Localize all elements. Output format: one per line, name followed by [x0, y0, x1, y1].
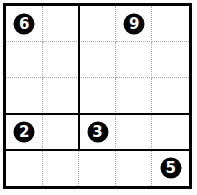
cell-r2c5[interactable]: [152, 42, 189, 78]
cell-r4c1[interactable]: [6, 114, 43, 150]
cell-r3c2[interactable]: [43, 78, 80, 114]
shikaku-board: 69235: [3, 3, 192, 189]
cell-r2c3[interactable]: [79, 42, 116, 78]
cell-r4c5[interactable]: [152, 114, 189, 150]
cell-r5c1[interactable]: [6, 150, 43, 186]
cell-r1c2[interactable]: [43, 6, 80, 42]
cell-r1c3[interactable]: [79, 6, 116, 42]
cell-r5c4[interactable]: [116, 150, 153, 186]
cell-r2c1[interactable]: [6, 42, 43, 78]
cell-r3c4[interactable]: [116, 78, 153, 114]
cell-r3c5[interactable]: [152, 78, 189, 114]
cell-r4c2[interactable]: [43, 114, 80, 150]
cell-r1c4[interactable]: [116, 6, 153, 42]
cell-r4c4[interactable]: [116, 114, 153, 150]
cell-r5c3[interactable]: [79, 150, 116, 186]
cell-r2c4[interactable]: [116, 42, 153, 78]
cell-r2c2[interactable]: [43, 42, 80, 78]
cell-r5c2[interactable]: [43, 150, 80, 186]
cell-r1c1[interactable]: [6, 6, 43, 42]
cell-r3c1[interactable]: [6, 78, 43, 114]
puzzle-grid: [6, 6, 189, 186]
cell-r4c3[interactable]: [79, 114, 116, 150]
cell-r1c5[interactable]: [152, 6, 189, 42]
cell-r5c5[interactable]: [152, 150, 189, 186]
cell-r3c3[interactable]: [79, 78, 116, 114]
